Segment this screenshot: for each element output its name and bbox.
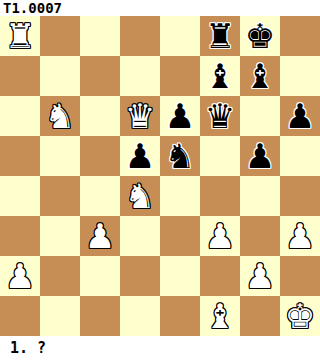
square-h5[interactable] [280,136,320,176]
white-pawn[interactable]: ♟ [245,256,275,296]
square-e3[interactable] [160,216,200,256]
square-g7[interactable]: ♝ [240,56,280,96]
black-pawn[interactable]: ♟ [165,96,195,136]
square-d8[interactable] [120,16,160,56]
square-e5[interactable]: ♞ [160,136,200,176]
square-d4[interactable]: ♞ [120,176,160,216]
white-queen[interactable]: ♛ [125,96,155,136]
black-king[interactable]: ♚ [245,16,275,56]
square-c4[interactable] [80,176,120,216]
square-g1[interactable] [240,296,280,336]
square-b5[interactable] [40,136,80,176]
square-c5[interactable] [80,136,120,176]
square-g3[interactable] [240,216,280,256]
square-h7[interactable] [280,56,320,96]
square-b7[interactable] [40,56,80,96]
square-e6[interactable]: ♟ [160,96,200,136]
square-d1[interactable] [120,296,160,336]
square-c2[interactable] [80,256,120,296]
square-b3[interactable] [40,216,80,256]
square-d3[interactable] [120,216,160,256]
square-f8[interactable]: ♜ [200,16,240,56]
square-a4[interactable] [0,176,40,216]
square-h8[interactable] [280,16,320,56]
square-e2[interactable] [160,256,200,296]
square-a2[interactable]: ♟ [0,256,40,296]
square-h4[interactable] [280,176,320,216]
white-bishop[interactable]: ♝ [205,296,235,336]
square-a7[interactable] [0,56,40,96]
white-pawn[interactable]: ♟ [85,216,115,256]
square-d7[interactable] [120,56,160,96]
black-rook[interactable]: ♜ [205,16,235,56]
square-g6[interactable] [240,96,280,136]
square-g5[interactable]: ♟ [240,136,280,176]
square-b4[interactable] [40,176,80,216]
square-e7[interactable] [160,56,200,96]
square-h2[interactable] [280,256,320,296]
chess-puzzle-page: T1.0007 ♜♜♚♝♝♞♛♟♛♟♟♞♟♞♟♟♟♟♟♝♚ 1. ? [0,0,320,360]
white-pawn[interactable]: ♟ [205,216,235,256]
white-pawn[interactable]: ♟ [5,256,35,296]
black-bishop[interactable]: ♝ [205,56,235,96]
square-f6[interactable]: ♛ [200,96,240,136]
square-f7[interactable]: ♝ [200,56,240,96]
square-f4[interactable] [200,176,240,216]
square-h3[interactable]: ♟ [280,216,320,256]
square-e4[interactable] [160,176,200,216]
black-pawn[interactable]: ♟ [245,136,275,176]
black-pawn[interactable]: ♟ [285,96,315,136]
square-e1[interactable] [160,296,200,336]
black-knight[interactable]: ♞ [165,136,195,176]
square-b6[interactable]: ♞ [40,96,80,136]
square-d5[interactable]: ♟ [120,136,160,176]
square-h1[interactable]: ♚ [280,296,320,336]
move-prompt: 1. ? [0,336,320,360]
square-c3[interactable]: ♟ [80,216,120,256]
square-g2[interactable]: ♟ [240,256,280,296]
black-queen[interactable]: ♛ [205,96,235,136]
square-c7[interactable] [80,56,120,96]
square-g4[interactable] [240,176,280,216]
square-c8[interactable] [80,16,120,56]
square-a3[interactable] [0,216,40,256]
square-d6[interactable]: ♛ [120,96,160,136]
black-pawn[interactable]: ♟ [125,136,155,176]
black-bishop[interactable]: ♝ [245,56,275,96]
square-b1[interactable] [40,296,80,336]
square-e8[interactable] [160,16,200,56]
white-rook[interactable]: ♜ [5,16,35,56]
square-f2[interactable] [200,256,240,296]
square-h6[interactable]: ♟ [280,96,320,136]
square-f3[interactable]: ♟ [200,216,240,256]
square-c6[interactable] [80,96,120,136]
puzzle-title: T1.0007 [0,0,320,16]
square-f1[interactable]: ♝ [200,296,240,336]
square-a8[interactable]: ♜ [0,16,40,56]
square-d2[interactable] [120,256,160,296]
square-b2[interactable] [40,256,80,296]
square-a5[interactable] [0,136,40,176]
square-g8[interactable]: ♚ [240,16,280,56]
white-king[interactable]: ♚ [285,296,315,336]
white-knight[interactable]: ♞ [125,176,155,216]
white-knight[interactable]: ♞ [45,96,75,136]
square-c1[interactable] [80,296,120,336]
square-a1[interactable] [0,296,40,336]
square-b8[interactable] [40,16,80,56]
square-a6[interactable] [0,96,40,136]
chess-board: ♜♜♚♝♝♞♛♟♛♟♟♞♟♞♟♟♟♟♟♝♚ [0,16,320,336]
square-f5[interactable] [200,136,240,176]
white-pawn[interactable]: ♟ [285,216,315,256]
